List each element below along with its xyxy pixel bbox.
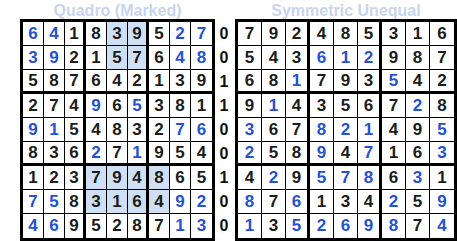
symmetric-unequal-cell-r5c1: 3 xyxy=(238,118,262,142)
quadro-marked-cell-r3c9: 9 xyxy=(191,70,212,94)
symmetric-unequal-cell-r5c5: 2 xyxy=(334,118,358,142)
quadro-marked-cell-r4c8: 8 xyxy=(170,94,191,118)
symmetric-unequal-cell-r7c2: 2 xyxy=(262,166,286,190)
symmetric-unequal-cell-r3c2: 8 xyxy=(262,70,286,94)
symmetric-unequal-cell-r3c8: 4 xyxy=(406,70,430,94)
quadro-marked-cell-r6c7: 9 xyxy=(149,142,170,166)
quadro-marked-cell-r4c1: 2 xyxy=(23,94,44,118)
symmetric-unequal-cell-r6c7: 1 xyxy=(382,142,406,166)
quadro-marked-cell-r9c5: 2 xyxy=(107,214,128,238)
symmetric-unequal-cell-r1c7: 3 xyxy=(382,22,406,46)
symmetric-unequal-cell-r5c6: 1 xyxy=(358,118,382,142)
symmetric-unequal-cell-r8c2: 7 xyxy=(262,190,286,214)
symmetric-unequal-cell-r1c2: 9 xyxy=(262,22,286,46)
row-clue-6: 0 xyxy=(214,142,234,166)
symmetric-unequal-cell-r8c8: 5 xyxy=(406,190,430,214)
quadro-marked-cell-r8c1: 7 xyxy=(23,190,44,214)
quadro-marked-cell-r3c1: 5 xyxy=(23,70,44,94)
symmetric-unequal-cell-r3c9: 2 xyxy=(430,70,454,94)
symmetric-unequal-cell-r7c8: 3 xyxy=(406,166,430,190)
quadro-marked-cell-r5c7: 2 xyxy=(149,118,170,142)
symmetric-unequal-cell-r6c6: 7 xyxy=(358,142,382,166)
quadro-marked-cell-r1c3: 1 xyxy=(65,22,86,46)
quadro-marked-cell-r7c3: 3 xyxy=(65,166,86,190)
symmetric-unequal-cell-r2c6: 2 xyxy=(358,46,382,70)
row-clue-3: 1 xyxy=(214,70,234,94)
row-clue-2: 0 xyxy=(214,46,234,70)
symmetric-unequal-cell-r6c1: 2 xyxy=(238,142,262,166)
quadro-marked-cell-r8c8: 9 xyxy=(170,190,191,214)
quadro-marked-cell-r9c8: 1 xyxy=(170,214,191,238)
quadro-marked-cell-r8c6: 6 xyxy=(128,190,149,214)
symmetric-unequal-cell-r5c3: 7 xyxy=(286,118,310,142)
row-clue-9: 0 xyxy=(214,214,234,238)
symmetric-unequal-cell-r4c5: 5 xyxy=(334,94,358,118)
symmetric-unequal-cell-r5c7: 4 xyxy=(382,118,406,142)
symmetric-unequal-cell-r9c7: 8 xyxy=(382,214,406,238)
quadro-marked-cell-r7c6: 4 xyxy=(128,166,149,190)
quadro-marked-cell-r2c9: 8 xyxy=(191,46,212,70)
quadro-marked-cell-r6c6: 1 xyxy=(128,142,149,166)
row-clue-7: 1 xyxy=(214,166,234,190)
quadro-marked-cell-r7c9: 5 xyxy=(191,166,212,190)
symmetric-unequal-cell-r3c3: 1 xyxy=(286,70,310,94)
quadro-marked-cell-r6c3: 6 xyxy=(65,142,86,166)
symmetric-unequal-cell-r6c5: 4 xyxy=(334,142,358,166)
symmetric-unequal-cell-r2c2: 4 xyxy=(262,46,286,70)
symmetric-unequal-cell-r6c2: 5 xyxy=(262,142,286,166)
quadro-marked-cell-r8c5: 1 xyxy=(107,190,128,214)
quadro-marked-cell-r7c1: 1 xyxy=(23,166,44,190)
row-clue-4: 1 xyxy=(214,94,234,118)
quadro-marked-cell-r1c7: 5 xyxy=(149,22,170,46)
row-clue-1: 0 xyxy=(214,22,234,46)
symmetric-unequal-cell-r1c8: 1 xyxy=(406,22,430,46)
symmetric-unequal-cell-r1c6: 5 xyxy=(358,22,382,46)
quadro-marked-cell-r2c8: 4 xyxy=(170,46,191,70)
symmetric-unequal-cell-r9c5: 6 xyxy=(334,214,358,238)
symmetric-unequal-cell-r7c3: 9 xyxy=(286,166,310,190)
symmetric-unequal-cell-r2c9: 7 xyxy=(430,46,454,70)
quadro-marked-cell-r7c2: 2 xyxy=(44,166,65,190)
quadro-marked-cell-r2c1: 3 xyxy=(23,46,44,70)
quadro-marked-cell-r8c9: 2 xyxy=(191,190,212,214)
quadro-marked-cell-r9c3: 9 xyxy=(65,214,86,238)
quadro-marked-cell-r5c3: 5 xyxy=(65,118,86,142)
quadro-marked-cell-r3c4: 6 xyxy=(86,70,107,94)
quadro-marked-cell-r2c5: 5 xyxy=(107,46,128,70)
quadro-marked-cell-r2c2: 9 xyxy=(44,46,65,70)
quadro-marked-cell-r4c9: 1 xyxy=(191,94,212,118)
symmetric-unequal-cell-r1c3: 2 xyxy=(286,22,310,46)
symmetric-unequal-cell-r6c4: 9 xyxy=(310,142,334,166)
left-puzzle-title: Quadro (Marked) xyxy=(20,1,215,20)
symmetric-unequal-cell-r2c4: 6 xyxy=(310,46,334,70)
symmetric-unequal-cell-r8c5: 3 xyxy=(334,190,358,214)
symmetric-unequal-board: 7924853165436129876817935429143567283678… xyxy=(235,19,457,241)
quadro-marked-cell-r6c1: 8 xyxy=(23,142,44,166)
symmetric-unequal-cell-r9c1: 1 xyxy=(238,214,262,238)
symmetric-unequal-cell-r3c1: 6 xyxy=(238,70,262,94)
quadro-marked-cell-r7c8: 6 xyxy=(170,166,191,190)
quadro-marked-cell-r5c4: 4 xyxy=(86,118,107,142)
quadro-marked-cell-r4c7: 3 xyxy=(149,94,170,118)
quadro-marked-cell-r9c6: 8 xyxy=(128,214,149,238)
symmetric-unequal-cell-r4c8: 2 xyxy=(406,94,430,118)
quadro-marked-cell-r9c9: 3 xyxy=(191,214,212,238)
symmetric-unequal-cell-r9c2: 3 xyxy=(262,214,286,238)
symmetric-unequal-cell-r8c7: 2 xyxy=(382,190,406,214)
symmetric-unequal-cell-r8c9: 9 xyxy=(430,190,454,214)
symmetric-unequal-cell-r5c2: 6 xyxy=(262,118,286,142)
quadro-marked-cell-r7c4: 7 xyxy=(86,166,107,190)
symmetric-unequal-cell-r4c6: 6 xyxy=(358,94,382,118)
quadro-marked-cell-r1c4: 8 xyxy=(86,22,107,46)
quadro-marked-cell-r8c2: 5 xyxy=(44,190,65,214)
quadro-marked-cell-r5c5: 8 xyxy=(107,118,128,142)
symmetric-unequal-cell-r3c4: 7 xyxy=(310,70,334,94)
quadro-marked-cell-r8c4: 3 xyxy=(86,190,107,214)
symmetric-unequal-cell-r7c5: 7 xyxy=(334,166,358,190)
quadro-marked-cell-r2c7: 6 xyxy=(149,46,170,70)
row-clue-8: 0 xyxy=(214,190,234,214)
symmetric-unequal-cell-r3c5: 9 xyxy=(334,70,358,94)
quadro-marked-cell-r6c2: 3 xyxy=(44,142,65,166)
symmetric-unequal-cell-r9c4: 2 xyxy=(310,214,334,238)
symmetric-unequal-cell-r8c4: 1 xyxy=(310,190,334,214)
quadro-marked-cell-r1c1: 6 xyxy=(23,22,44,46)
quadro-marked-cell-r2c4: 1 xyxy=(86,46,107,70)
quadro-marked-cell-r9c4: 5 xyxy=(86,214,107,238)
symmetric-unequal-cell-r4c9: 8 xyxy=(430,94,454,118)
symmetric-unequal-cell-r7c4: 5 xyxy=(310,166,334,190)
quadro-marked-cell-r3c2: 8 xyxy=(44,70,65,94)
middle-row-clues: 001100100 xyxy=(214,22,234,238)
quadro-marked-cell-r2c3: 2 xyxy=(65,46,86,70)
quadro-marked-cell-r3c7: 1 xyxy=(149,70,170,94)
symmetric-unequal-cell-r1c9: 6 xyxy=(430,22,454,46)
quadro-marked-cell-r4c3: 4 xyxy=(65,94,86,118)
quadro-marked-cell-r7c5: 9 xyxy=(107,166,128,190)
symmetric-unequal-cell-r4c7: 7 xyxy=(382,94,406,118)
quadro-marked-board: 6418395273921576485876421392749653819154… xyxy=(20,19,215,241)
quadro-marked-cell-r9c1: 4 xyxy=(23,214,44,238)
symmetric-unequal-cell-r4c3: 4 xyxy=(286,94,310,118)
quadro-marked-cell-r5c8: 7 xyxy=(170,118,191,142)
quadro-marked-cell-r3c6: 2 xyxy=(128,70,149,94)
quadro-marked-cell-r8c3: 8 xyxy=(65,190,86,214)
quadro-marked-cell-r5c1: 9 xyxy=(23,118,44,142)
quadro-marked-cell-r6c9: 4 xyxy=(191,142,212,166)
quadro-marked-cell-r6c4: 2 xyxy=(86,142,107,166)
symmetric-unequal-cell-r9c3: 5 xyxy=(286,214,310,238)
quadro-marked-cell-r1c2: 4 xyxy=(44,22,65,46)
symmetric-unequal-cell-r9c6: 9 xyxy=(358,214,382,238)
symmetric-unequal-cell-r1c4: 4 xyxy=(310,22,334,46)
symmetric-unequal-cell-r8c1: 8 xyxy=(238,190,262,214)
quadro-marked-cell-r4c5: 6 xyxy=(107,94,128,118)
symmetric-unequal-cell-r9c9: 4 xyxy=(430,214,454,238)
quadro-marked-cell-r5c2: 1 xyxy=(44,118,65,142)
symmetric-unequal-cell-r2c7: 9 xyxy=(382,46,406,70)
symmetric-unequal-cell-r3c6: 3 xyxy=(358,70,382,94)
symmetric-unequal-cell-r6c3: 8 xyxy=(286,142,310,166)
quadro-marked-cell-r1c9: 7 xyxy=(191,22,212,46)
row-clue-5: 0 xyxy=(214,118,234,142)
symmetric-unequal-cell-r5c4: 8 xyxy=(310,118,334,142)
quadro-marked-cell-r6c5: 7 xyxy=(107,142,128,166)
symmetric-unequal-cell-r8c6: 4 xyxy=(358,190,382,214)
symmetric-unequal-cell-r1c1: 7 xyxy=(238,22,262,46)
symmetric-unequal-cell-r5c9: 5 xyxy=(430,118,454,142)
quadro-marked-cell-r4c4: 9 xyxy=(86,94,107,118)
quadro-marked-cell-r3c5: 4 xyxy=(107,70,128,94)
symmetric-unequal-cell-r7c9: 1 xyxy=(430,166,454,190)
quadro-marked-cell-r1c5: 3 xyxy=(107,22,128,46)
symmetric-unequal-cell-r2c8: 8 xyxy=(406,46,430,70)
quadro-marked-cell-r3c3: 7 xyxy=(65,70,86,94)
symmetric-unequal-cell-r8c3: 6 xyxy=(286,190,310,214)
symmetric-unequal-cell-r6c8: 6 xyxy=(406,142,430,166)
symmetric-unequal-cell-r7c6: 8 xyxy=(358,166,382,190)
quadro-marked-cell-r9c7: 7 xyxy=(149,214,170,238)
symmetric-unequal-cell-r1c5: 8 xyxy=(334,22,358,46)
quadro-marked-cell-r7c7: 8 xyxy=(149,166,170,190)
symmetric-unequal-cell-r2c1: 5 xyxy=(238,46,262,70)
right-puzzle-title: Symmetric Unequal xyxy=(235,1,457,20)
symmetric-unequal-cell-r2c5: 1 xyxy=(334,46,358,70)
quadro-marked-cell-r8c7: 4 xyxy=(149,190,170,214)
quadro-marked-cell-r6c8: 5 xyxy=(170,142,191,166)
symmetric-unequal-cell-r2c3: 3 xyxy=(286,46,310,70)
symmetric-unequal-cell-r4c1: 9 xyxy=(238,94,262,118)
quadro-marked-cell-r5c6: 3 xyxy=(128,118,149,142)
quadro-marked-cell-r5c9: 6 xyxy=(191,118,212,142)
symmetric-unequal-cell-r6c9: 3 xyxy=(430,142,454,166)
quadro-marked-cell-r4c6: 5 xyxy=(128,94,149,118)
symmetric-unequal-cell-r4c4: 3 xyxy=(310,94,334,118)
symmetric-unequal-cell-r3c7: 5 xyxy=(382,70,406,94)
quadro-marked-cell-r2c6: 7 xyxy=(128,46,149,70)
quadro-marked-cell-r1c8: 2 xyxy=(170,22,191,46)
symmetric-unequal-cell-r7c1: 4 xyxy=(238,166,262,190)
quadro-marked-cell-r3c8: 3 xyxy=(170,70,191,94)
quadro-marked-cell-r1c6: 9 xyxy=(128,22,149,46)
quadro-marked-cell-r9c2: 6 xyxy=(44,214,65,238)
symmetric-unequal-cell-r5c8: 9 xyxy=(406,118,430,142)
symmetric-unequal-cell-r7c7: 6 xyxy=(382,166,406,190)
quadro-marked-cell-r4c2: 7 xyxy=(44,94,65,118)
symmetric-unequal-cell-r9c8: 7 xyxy=(406,214,430,238)
symmetric-unequal-cell-r4c2: 1 xyxy=(262,94,286,118)
